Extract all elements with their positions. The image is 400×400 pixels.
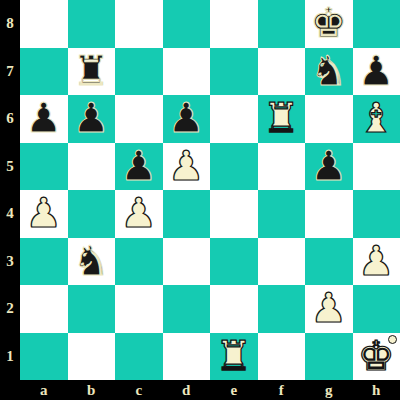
square-c8[interactable] — [115, 0, 163, 48]
file-label: g — [305, 380, 353, 400]
piece-black-pawn[interactable]: ♟ — [305, 143, 353, 191]
square-c7[interactable] — [115, 48, 163, 96]
rank-label: 8 — [0, 0, 20, 48]
square-f4[interactable] — [258, 190, 306, 238]
square-b1[interactable] — [68, 333, 116, 381]
piece-black-pawn[interactable]: ♟ — [68, 95, 116, 143]
square-d3[interactable] — [163, 238, 211, 286]
square-g8[interactable]: ♚ — [305, 0, 353, 48]
square-e8[interactable] — [210, 0, 258, 48]
piece-black-king[interactable]: ♚ — [305, 0, 353, 48]
side-to-move-indicator — [388, 335, 397, 344]
square-a4[interactable]: ♟ — [20, 190, 68, 238]
piece-black-pawn[interactable]: ♟ — [115, 143, 163, 191]
piece-black-pawn[interactable]: ♟ — [163, 95, 211, 143]
square-h2[interactable] — [353, 285, 400, 333]
square-h1[interactable]: ♚ — [353, 333, 400, 381]
square-h8[interactable] — [353, 0, 400, 48]
square-a7[interactable] — [20, 48, 68, 96]
piece-white-pawn[interactable]: ♟ — [20, 190, 68, 238]
square-e2[interactable] — [210, 285, 258, 333]
square-a2[interactable] — [20, 285, 68, 333]
square-d1[interactable] — [163, 333, 211, 381]
square-d6[interactable]: ♟ — [163, 95, 211, 143]
piece-white-pawn[interactable]: ♟ — [353, 238, 400, 286]
square-f2[interactable] — [258, 285, 306, 333]
square-c5[interactable]: ♟ — [115, 143, 163, 191]
piece-black-knight[interactable]: ♞ — [68, 238, 116, 286]
square-g1[interactable] — [305, 333, 353, 381]
piece-white-pawn[interactable]: ♟ — [163, 143, 211, 191]
square-h3[interactable]: ♟ — [353, 238, 400, 286]
square-c1[interactable] — [115, 333, 163, 381]
square-b4[interactable] — [68, 190, 116, 238]
square-c3[interactable] — [115, 238, 163, 286]
square-g7[interactable]: ♞ — [305, 48, 353, 96]
rank-label: 2 — [0, 285, 20, 333]
square-c2[interactable] — [115, 285, 163, 333]
square-f1[interactable] — [258, 333, 306, 381]
square-f7[interactable] — [258, 48, 306, 96]
square-b5[interactable] — [68, 143, 116, 191]
square-b8[interactable] — [68, 0, 116, 48]
rank-label: 3 — [0, 238, 20, 286]
chess-board-frame: 87654321 ♚♜♞♟♟♟♟♜♝♟♟♟♟♟♞♟♟♜♚ abcdefgh — [0, 0, 400, 400]
square-f5[interactable] — [258, 143, 306, 191]
square-g4[interactable] — [305, 190, 353, 238]
square-e3[interactable] — [210, 238, 258, 286]
piece-white-pawn[interactable]: ♟ — [115, 190, 163, 238]
square-g2[interactable]: ♟ — [305, 285, 353, 333]
square-d4[interactable] — [163, 190, 211, 238]
square-b2[interactable] — [68, 285, 116, 333]
file-label: f — [258, 380, 306, 400]
square-g5[interactable]: ♟ — [305, 143, 353, 191]
file-label: d — [163, 380, 211, 400]
square-d8[interactable] — [163, 0, 211, 48]
square-g6[interactable] — [305, 95, 353, 143]
file-labels: abcdefgh — [20, 380, 400, 400]
square-f3[interactable] — [258, 238, 306, 286]
square-e6[interactable] — [210, 95, 258, 143]
file-label: b — [68, 380, 116, 400]
piece-black-pawn[interactable]: ♟ — [20, 95, 68, 143]
square-d2[interactable] — [163, 285, 211, 333]
square-e4[interactable] — [210, 190, 258, 238]
square-a8[interactable] — [20, 0, 68, 48]
square-c6[interactable] — [115, 95, 163, 143]
square-f6[interactable]: ♜ — [258, 95, 306, 143]
square-h6[interactable]: ♝ — [353, 95, 400, 143]
file-label: e — [210, 380, 258, 400]
square-e7[interactable] — [210, 48, 258, 96]
piece-white-rook[interactable]: ♜ — [210, 333, 258, 381]
piece-black-rook[interactable]: ♜ — [68, 48, 116, 96]
square-e1[interactable]: ♜ — [210, 333, 258, 381]
file-label: h — [353, 380, 400, 400]
square-f8[interactable] — [258, 0, 306, 48]
square-d7[interactable] — [163, 48, 211, 96]
rank-label: 4 — [0, 190, 20, 238]
square-h4[interactable] — [353, 190, 400, 238]
square-g3[interactable] — [305, 238, 353, 286]
file-label: a — [20, 380, 68, 400]
square-d5[interactable]: ♟ — [163, 143, 211, 191]
piece-black-pawn[interactable]: ♟ — [353, 48, 400, 96]
piece-black-knight[interactable]: ♞ — [305, 48, 353, 96]
rank-label: 6 — [0, 95, 20, 143]
chess-board[interactable]: ♚♜♞♟♟♟♟♜♝♟♟♟♟♟♞♟♟♜♚ — [20, 0, 400, 380]
piece-white-pawn[interactable]: ♟ — [305, 285, 353, 333]
square-b7[interactable]: ♜ — [68, 48, 116, 96]
square-h7[interactable]: ♟ — [353, 48, 400, 96]
file-label: c — [115, 380, 163, 400]
square-b3[interactable]: ♞ — [68, 238, 116, 286]
rank-label: 5 — [0, 143, 20, 191]
square-a6[interactable]: ♟ — [20, 95, 68, 143]
square-a1[interactable] — [20, 333, 68, 381]
square-a3[interactable] — [20, 238, 68, 286]
piece-white-bishop[interactable]: ♝ — [353, 95, 400, 143]
square-c4[interactable]: ♟ — [115, 190, 163, 238]
square-b6[interactable]: ♟ — [68, 95, 116, 143]
rank-labels: 87654321 — [0, 0, 20, 380]
square-h5[interactable] — [353, 143, 400, 191]
square-e5[interactable] — [210, 143, 258, 191]
piece-white-rook[interactable]: ♜ — [258, 95, 306, 143]
rank-label: 1 — [0, 333, 20, 381]
rank-label: 7 — [0, 48, 20, 96]
square-a5[interactable] — [20, 143, 68, 191]
